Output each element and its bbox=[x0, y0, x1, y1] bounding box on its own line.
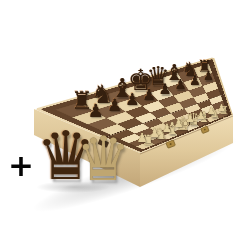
product-photo: 12345678 ABCDEFGH ♜♞♝♛♚♝♞♜♟♟♟♟♟♟♟♟♟♟♟♟♟♟… bbox=[0, 0, 238, 238]
extra-light-queen: ♛ bbox=[76, 128, 131, 189]
plus-sign: + bbox=[8, 150, 34, 181]
